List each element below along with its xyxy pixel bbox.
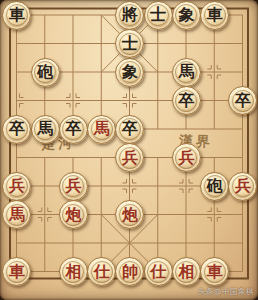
- piece-red-chariot[interactable]: 車: [200, 257, 229, 286]
- piece-character: 車: [207, 264, 223, 280]
- piece-character: 馬: [37, 121, 53, 137]
- piece-character: 車: [9, 264, 25, 280]
- piece-character: 象: [178, 7, 194, 23]
- piece-black-chariot[interactable]: 車: [2, 1, 31, 30]
- piece-red-horse[interactable]: 馬: [2, 200, 31, 229]
- piece-character: 卒: [122, 121, 138, 137]
- piece-black-cannon[interactable]: 砲: [31, 58, 60, 87]
- piece-red-soldier[interactable]: 兵: [2, 172, 31, 201]
- piece-character: 士: [122, 36, 138, 52]
- piece-character: 兵: [9, 178, 25, 194]
- piece-character: 車: [207, 7, 223, 23]
- piece-black-elephant[interactable]: 象: [115, 58, 144, 87]
- piece-character: 卒: [9, 121, 25, 137]
- piece-character: 卒: [178, 93, 194, 109]
- piece-character: 象: [122, 64, 138, 80]
- piece-black-horse[interactable]: 馬: [31, 115, 60, 144]
- piece-character: 炮: [122, 207, 138, 223]
- piece-character: 炮: [65, 207, 81, 223]
- piece-red-cannon[interactable]: 炮: [59, 200, 88, 229]
- piece-character: 車: [9, 7, 25, 23]
- pieces-layer: 車將士象車士砲象馬卒卒卒馬卒馬卒兵兵兵兵砲兵馬炮炮車相仕帥仕相車: [2, 1, 256, 286]
- piece-character: 相: [178, 264, 194, 280]
- piece-character: 砲: [207, 178, 223, 194]
- piece-character: 砲: [37, 64, 53, 80]
- piece-character: 兵: [65, 178, 81, 194]
- piece-character: 仕: [150, 264, 166, 280]
- piece-red-chariot[interactable]: 車: [2, 257, 31, 286]
- piece-character: 兵: [122, 150, 138, 166]
- piece-black-cannon[interactable]: 砲: [200, 172, 229, 201]
- piece-character: 馬: [9, 207, 25, 223]
- piece-character: 士: [150, 7, 166, 23]
- piece-black-elephant[interactable]: 象: [172, 1, 201, 30]
- piece-red-general[interactable]: 帥: [115, 257, 144, 286]
- piece-red-advisor[interactable]: 仕: [144, 257, 173, 286]
- watermark-text: 头条@中国象棋: [198, 287, 254, 297]
- piece-character: 馬: [178, 64, 194, 80]
- piece-character: 卒: [235, 93, 251, 109]
- piece-character: 將: [122, 7, 138, 23]
- piece-red-cannon[interactable]: 炮: [115, 200, 144, 229]
- piece-red-soldier[interactable]: 兵: [59, 172, 88, 201]
- piece-character: 相: [65, 264, 81, 280]
- piece-black-general[interactable]: 將: [115, 1, 144, 30]
- piece-character: 兵: [178, 150, 194, 166]
- xiangqi-app-screenshot: 楚河 漢界 車將士象車士砲象馬卒卒卒馬卒馬卒兵兵兵兵砲兵馬炮炮車相仕帥仕相車 头…: [0, 0, 258, 300]
- piece-red-elephant[interactable]: 相: [172, 257, 201, 286]
- piece-character: 仕: [94, 264, 110, 280]
- piece-character: 帥: [122, 264, 138, 280]
- piece-red-horse[interactable]: 馬: [87, 115, 116, 144]
- piece-black-chariot[interactable]: 車: [200, 1, 229, 30]
- piece-red-elephant[interactable]: 相: [59, 257, 88, 286]
- piece-red-advisor[interactable]: 仕: [87, 257, 116, 286]
- piece-black-soldier[interactable]: 卒: [228, 86, 257, 115]
- piece-red-soldier[interactable]: 兵: [228, 172, 257, 201]
- piece-black-soldier[interactable]: 卒: [172, 86, 201, 115]
- piece-black-soldier[interactable]: 卒: [59, 115, 88, 144]
- piece-character: 兵: [235, 178, 251, 194]
- piece-red-soldier[interactable]: 兵: [115, 143, 144, 172]
- piece-black-horse[interactable]: 馬: [172, 58, 201, 87]
- piece-black-advisor[interactable]: 士: [144, 1, 173, 30]
- piece-black-soldier[interactable]: 卒: [2, 115, 31, 144]
- piece-character: 馬: [94, 121, 110, 137]
- piece-character: 卒: [65, 121, 81, 137]
- xiangqi-board: 楚河 漢界 車將士象車士砲象馬卒卒卒馬卒馬卒兵兵兵兵砲兵馬炮炮車相仕帥仕相車 头…: [0, 0, 258, 300]
- piece-black-soldier[interactable]: 卒: [115, 115, 144, 144]
- piece-red-soldier[interactable]: 兵: [172, 143, 201, 172]
- piece-black-advisor[interactable]: 士: [115, 29, 144, 58]
